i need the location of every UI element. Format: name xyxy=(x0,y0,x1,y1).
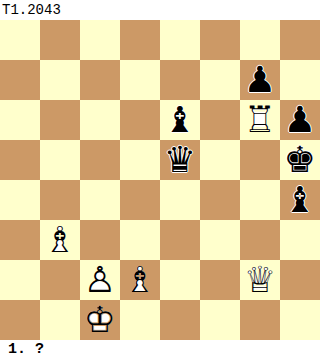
square-b7[interactable] xyxy=(40,60,80,100)
white-queen-outline: ♕ xyxy=(240,260,280,300)
black-queen: ♛ xyxy=(160,140,200,180)
title-bar: T1.2043 xyxy=(0,0,320,20)
square-a8[interactable] xyxy=(0,20,40,60)
square-b5[interactable] xyxy=(40,140,80,180)
white-pawn-outline: ♙ xyxy=(80,260,120,300)
square-c2[interactable]: ♟♙ xyxy=(80,260,120,300)
square-h7[interactable] xyxy=(280,60,320,100)
square-a5[interactable] xyxy=(0,140,40,180)
square-d5[interactable] xyxy=(120,140,160,180)
square-b8[interactable] xyxy=(40,20,80,60)
square-g1[interactable] xyxy=(240,300,280,340)
square-b4[interactable] xyxy=(40,180,80,220)
square-g4[interactable] xyxy=(240,180,280,220)
square-g5[interactable] xyxy=(240,140,280,180)
square-f8[interactable] xyxy=(200,20,240,60)
square-b1[interactable] xyxy=(40,300,80,340)
square-a6[interactable] xyxy=(0,100,40,140)
square-f4[interactable] xyxy=(200,180,240,220)
square-f3[interactable] xyxy=(200,220,240,260)
status-bar: 1. ? xyxy=(0,340,320,360)
square-d6[interactable] xyxy=(120,100,160,140)
puzzle-title: T1.2043 xyxy=(2,2,61,18)
square-h6[interactable]: ♟ xyxy=(280,100,320,140)
square-g7[interactable]: ♟ xyxy=(240,60,280,100)
square-a2[interactable] xyxy=(0,260,40,300)
square-a4[interactable] xyxy=(0,180,40,220)
square-g3[interactable] xyxy=(240,220,280,260)
square-h2[interactable] xyxy=(280,260,320,300)
square-h5[interactable]: ♚ xyxy=(280,140,320,180)
square-h8[interactable] xyxy=(280,20,320,60)
square-c8[interactable] xyxy=(80,20,120,60)
square-f5[interactable] xyxy=(200,140,240,180)
square-b2[interactable] xyxy=(40,260,80,300)
black-pawn: ♟ xyxy=(240,60,280,100)
move-prompt: 1. ? xyxy=(8,341,44,358)
square-a7[interactable] xyxy=(0,60,40,100)
square-g8[interactable] xyxy=(240,20,280,60)
square-d3[interactable] xyxy=(120,220,160,260)
chess-puzzle-app: T1.2043 ♟♝♜♖♟♛♚♝♝♗♟♙♝♗♛♕♚♔ 1. ? xyxy=(0,0,320,360)
square-c6[interactable] xyxy=(80,100,120,140)
square-e5[interactable]: ♛ xyxy=(160,140,200,180)
square-f7[interactable] xyxy=(200,60,240,100)
square-d8[interactable] xyxy=(120,20,160,60)
white-bishop: ♝♗ xyxy=(40,220,80,260)
white-king: ♚♔ xyxy=(80,300,120,340)
black-king: ♚ xyxy=(280,140,320,180)
white-bishop: ♝♗ xyxy=(120,260,160,300)
square-d1[interactable] xyxy=(120,300,160,340)
square-e6[interactable]: ♝ xyxy=(160,100,200,140)
square-e2[interactable] xyxy=(160,260,200,300)
square-f6[interactable] xyxy=(200,100,240,140)
square-d2[interactable]: ♝♗ xyxy=(120,260,160,300)
white-bishop-outline: ♗ xyxy=(120,260,160,300)
white-bishop-outline: ♗ xyxy=(40,220,80,260)
white-pawn: ♟♙ xyxy=(80,260,120,300)
white-king-outline: ♔ xyxy=(80,300,120,340)
square-c7[interactable] xyxy=(80,60,120,100)
square-f1[interactable] xyxy=(200,300,240,340)
square-c1[interactable]: ♚♔ xyxy=(80,300,120,340)
square-g6[interactable]: ♜♖ xyxy=(240,100,280,140)
white-queen: ♛♕ xyxy=(240,260,280,300)
square-g2[interactable]: ♛♕ xyxy=(240,260,280,300)
square-c3[interactable] xyxy=(80,220,120,260)
white-rook-outline: ♖ xyxy=(240,100,280,140)
square-h1[interactable] xyxy=(280,300,320,340)
square-e1[interactable] xyxy=(160,300,200,340)
black-pawn: ♟ xyxy=(280,100,320,140)
square-b6[interactable] xyxy=(40,100,80,140)
square-c4[interactable] xyxy=(80,180,120,220)
square-e3[interactable] xyxy=(160,220,200,260)
square-h4[interactable]: ♝ xyxy=(280,180,320,220)
square-e7[interactable] xyxy=(160,60,200,100)
black-bishop: ♝ xyxy=(160,100,200,140)
chess-board: ♟♝♜♖♟♛♚♝♝♗♟♙♝♗♛♕♚♔ xyxy=(0,20,320,340)
square-d7[interactable] xyxy=(120,60,160,100)
square-b3[interactable]: ♝♗ xyxy=(40,220,80,260)
square-a1[interactable] xyxy=(0,300,40,340)
square-h3[interactable] xyxy=(280,220,320,260)
square-f2[interactable] xyxy=(200,260,240,300)
black-bishop: ♝ xyxy=(280,180,320,220)
square-c5[interactable] xyxy=(80,140,120,180)
white-rook: ♜♖ xyxy=(240,100,280,140)
square-d4[interactable] xyxy=(120,180,160,220)
square-a3[interactable] xyxy=(0,220,40,260)
square-e8[interactable] xyxy=(160,20,200,60)
square-e4[interactable] xyxy=(160,180,200,220)
